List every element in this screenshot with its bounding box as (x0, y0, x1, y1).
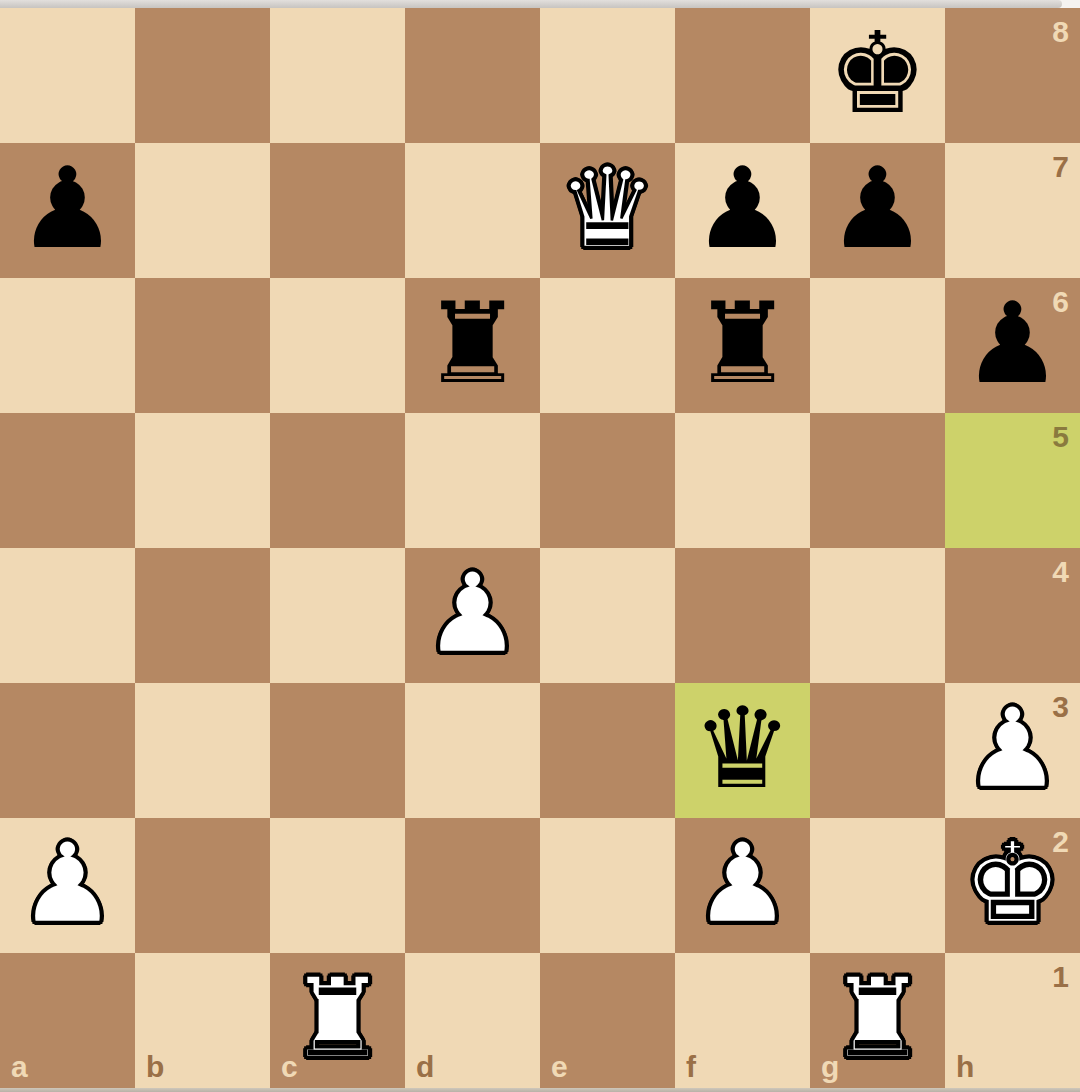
square-f7[interactable]: ♟ (675, 143, 810, 278)
square-c5[interactable] (270, 413, 405, 548)
square-c4[interactable] (270, 548, 405, 683)
white-pawn[interactable]: ♟ (692, 827, 792, 939)
square-a8[interactable] (0, 8, 135, 143)
square-g6[interactable] (810, 278, 945, 413)
rank-label-5: 5 (1052, 422, 1069, 452)
square-a2[interactable]: ♟ (0, 818, 135, 953)
square-g3[interactable] (810, 683, 945, 818)
white-queen[interactable]: ♛ (557, 152, 657, 264)
square-h1[interactable]: 1h (945, 953, 1080, 1088)
black-pawn[interactable]: ♟ (962, 287, 1062, 399)
file-label-f: f (686, 1052, 696, 1082)
square-a1[interactable]: a (0, 953, 135, 1088)
square-f3[interactable]: ♛ (675, 683, 810, 818)
square-a5[interactable] (0, 413, 135, 548)
rank-label-1: 1 (1052, 962, 1069, 992)
square-d2[interactable] (405, 818, 540, 953)
square-a6[interactable] (0, 278, 135, 413)
square-b2[interactable] (135, 818, 270, 953)
square-e5[interactable] (540, 413, 675, 548)
square-h4[interactable]: 4 (945, 548, 1080, 683)
square-b7[interactable] (135, 143, 270, 278)
square-e3[interactable] (540, 683, 675, 818)
file-label-a: a (11, 1052, 28, 1082)
white-rook[interactable]: ♜ (287, 962, 387, 1074)
square-d8[interactable] (405, 8, 540, 143)
square-d4[interactable]: ♟ (405, 548, 540, 683)
square-h7[interactable]: 7 (945, 143, 1080, 278)
square-h6[interactable]: 6♟ (945, 278, 1080, 413)
square-h5[interactable]: 5 (945, 413, 1080, 548)
rank-label-7: 7 (1052, 152, 1069, 182)
square-f6[interactable]: ♜ (675, 278, 810, 413)
file-label-b: b (146, 1052, 164, 1082)
black-king[interactable]: ♚ (827, 17, 927, 129)
square-g1[interactable]: g♜ (810, 953, 945, 1088)
square-d1[interactable]: d (405, 953, 540, 1088)
file-label-h: h (956, 1052, 974, 1082)
square-f5[interactable] (675, 413, 810, 548)
black-pawn[interactable]: ♟ (17, 152, 117, 264)
square-a7[interactable]: ♟ (0, 143, 135, 278)
square-g8[interactable]: ♚ (810, 8, 945, 143)
square-g4[interactable] (810, 548, 945, 683)
square-c8[interactable] (270, 8, 405, 143)
rank-label-4: 4 (1052, 557, 1069, 587)
rank-label-8: 8 (1052, 17, 1069, 47)
square-b5[interactable] (135, 413, 270, 548)
file-label-d: d (416, 1052, 434, 1082)
chess-app-screen: ♚8♟♛♟♟7♜♜6♟5♟4♛3♟♟♟2♚abc♜defg♜1h (0, 0, 1080, 1092)
square-g2[interactable] (810, 818, 945, 953)
square-b3[interactable] (135, 683, 270, 818)
chess-board[interactable]: ♚8♟♛♟♟7♜♜6♟5♟4♛3♟♟♟2♚abc♜defg♜1h (0, 8, 1080, 1088)
square-f2[interactable]: ♟ (675, 818, 810, 953)
square-e8[interactable] (540, 8, 675, 143)
black-rook[interactable]: ♜ (692, 287, 792, 399)
black-pawn[interactable]: ♟ (827, 152, 927, 264)
square-f1[interactable]: f (675, 953, 810, 1088)
square-h3[interactable]: 3♟ (945, 683, 1080, 818)
square-d5[interactable] (405, 413, 540, 548)
square-a4[interactable] (0, 548, 135, 683)
square-d3[interactable] (405, 683, 540, 818)
square-c6[interactable] (270, 278, 405, 413)
square-c2[interactable] (270, 818, 405, 953)
square-h8[interactable]: 8 (945, 8, 1080, 143)
white-pawn[interactable]: ♟ (422, 557, 522, 669)
square-g7[interactable]: ♟ (810, 143, 945, 278)
square-b8[interactable] (135, 8, 270, 143)
white-king[interactable]: ♚ (962, 827, 1062, 939)
square-a3[interactable] (0, 683, 135, 818)
black-rook[interactable]: ♜ (422, 287, 522, 399)
square-c1[interactable]: c♜ (270, 953, 405, 1088)
black-queen[interactable]: ♛ (692, 692, 792, 804)
square-b1[interactable]: b (135, 953, 270, 1088)
square-c3[interactable] (270, 683, 405, 818)
square-e1[interactable]: e (540, 953, 675, 1088)
square-b6[interactable] (135, 278, 270, 413)
square-f4[interactable] (675, 548, 810, 683)
square-h2[interactable]: 2♚ (945, 818, 1080, 953)
square-f8[interactable] (675, 8, 810, 143)
white-rook[interactable]: ♜ (827, 962, 927, 1074)
white-pawn[interactable]: ♟ (17, 827, 117, 939)
square-g5[interactable] (810, 413, 945, 548)
square-e4[interactable] (540, 548, 675, 683)
square-e6[interactable] (540, 278, 675, 413)
square-d6[interactable]: ♜ (405, 278, 540, 413)
white-pawn[interactable]: ♟ (962, 692, 1062, 804)
square-d7[interactable] (405, 143, 540, 278)
black-pawn[interactable]: ♟ (692, 152, 792, 264)
board-bottom-shadow (0, 1088, 1080, 1092)
square-e7[interactable]: ♛ (540, 143, 675, 278)
square-b4[interactable] (135, 548, 270, 683)
square-c7[interactable] (270, 143, 405, 278)
square-e2[interactable] (540, 818, 675, 953)
file-label-e: e (551, 1052, 568, 1082)
